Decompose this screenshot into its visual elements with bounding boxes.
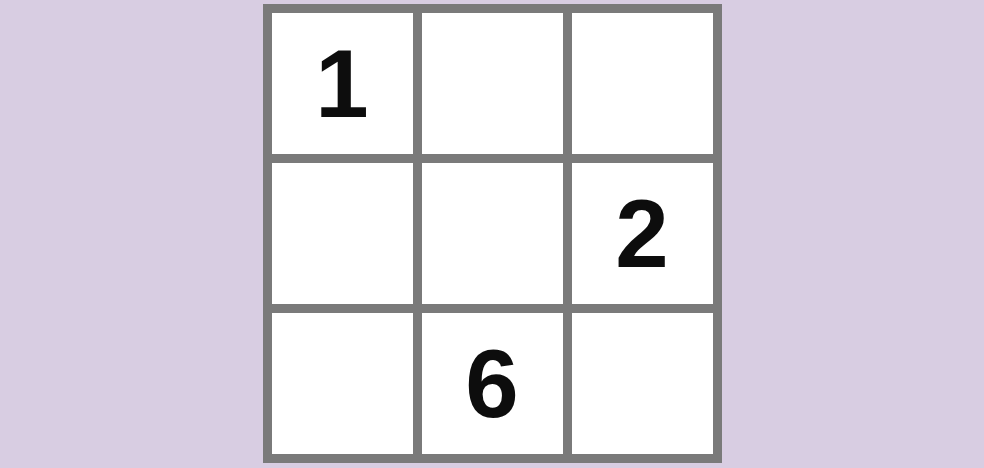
cell-r3c1[interactable] [272, 313, 413, 454]
cell-r2c1[interactable] [272, 163, 413, 304]
cell-r3c3[interactable] [572, 313, 713, 454]
cell-r3c2[interactable]: 6 [422, 313, 563, 454]
cell-r2c2[interactable] [422, 163, 563, 304]
cell-r1c3[interactable] [572, 13, 713, 154]
puzzle-board: 1 2 6 [263, 4, 722, 463]
cell-r2c3[interactable]: 2 [572, 163, 713, 304]
cell-r1c1[interactable]: 1 [272, 13, 413, 154]
cell-r1c2[interactable] [422, 13, 563, 154]
